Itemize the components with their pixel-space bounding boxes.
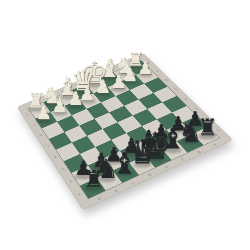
rank-label-left-4: 4 <box>53 156 57 160</box>
black-rook-a1[interactable]: ♜ <box>83 168 104 191</box>
file-label-bottom-f: f <box>181 158 185 162</box>
white-pawn-b7[interactable]: ♟ <box>52 98 68 116</box>
white-pawn-f7[interactable]: ♟ <box>111 74 127 91</box>
rank-label-left-2: 2 <box>69 180 73 184</box>
file-label-bottom-a: a <box>97 196 102 200</box>
file-label-bottom-d: d <box>147 173 152 177</box>
rank-label-left-8: 8 <box>26 113 30 116</box>
chess-set-product-photo: aabbccddeeffgghh1122334455667788 ♜♞♝♛♚♝♞… <box>0 0 250 250</box>
rank-label-right-6: 6 <box>164 79 168 82</box>
rank-label-left-1: 1 <box>77 192 82 196</box>
file-label-bottom-b: b <box>114 189 119 193</box>
white-pawn-c7[interactable]: ♟ <box>68 91 84 109</box>
white-pawn-h7[interactable]: ♟ <box>138 60 153 77</box>
file-label-bottom-g: g <box>196 150 201 154</box>
rank-label-left-6: 6 <box>39 134 43 137</box>
white-pawn-a7[interactable]: ♟ <box>36 105 52 123</box>
rank-label-left-3: 3 <box>61 167 65 171</box>
white-pawn-e7[interactable]: ♟ <box>96 79 112 96</box>
rank-label-left-5: 5 <box>46 144 50 148</box>
rank-label-right-7: 7 <box>155 70 159 73</box>
rank-label-right-5: 5 <box>174 88 178 91</box>
rank-label-right-4: 4 <box>184 97 189 100</box>
file-label-bottom-e: e <box>164 165 169 169</box>
file-label-bottom-c: c <box>131 181 136 185</box>
rank-label-left-7: 7 <box>32 123 36 126</box>
file-label-bottom-h: h <box>212 143 217 147</box>
